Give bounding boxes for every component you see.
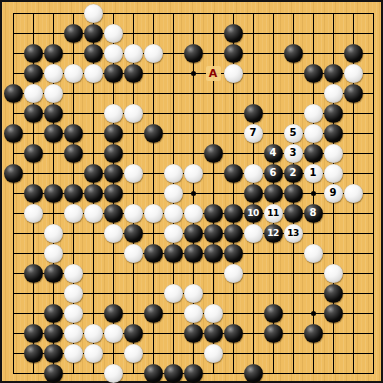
black-stone[interactable]	[244, 364, 263, 383]
white-stone[interactable]	[124, 164, 143, 183]
white-stone[interactable]	[344, 184, 363, 203]
black-stone[interactable]	[124, 324, 143, 343]
move-3-stone[interactable]: 3	[284, 144, 303, 163]
white-stone[interactable]	[64, 304, 83, 323]
black-stone[interactable]	[4, 124, 23, 143]
black-stone[interactable]	[4, 84, 23, 103]
white-stone[interactable]	[64, 204, 83, 223]
white-stone[interactable]	[84, 64, 103, 83]
black-stone[interactable]	[84, 44, 103, 63]
black-stone[interactable]	[144, 124, 163, 143]
white-stone[interactable]	[64, 324, 83, 343]
move-number: 11	[267, 208, 279, 218]
black-stone[interactable]	[204, 324, 223, 343]
black-stone[interactable]	[24, 64, 43, 83]
white-stone[interactable]	[104, 104, 123, 123]
white-stone[interactable]	[204, 304, 223, 323]
white-stone[interactable]	[184, 204, 203, 223]
board-label-A[interactable]: A	[206, 66, 221, 81]
black-stone[interactable]	[64, 144, 83, 163]
black-stone[interactable]	[44, 304, 63, 323]
black-stone[interactable]	[304, 64, 323, 83]
black-stone[interactable]	[204, 204, 223, 223]
move-12-stone[interactable]: 12	[264, 224, 283, 243]
move-number: 5	[290, 128, 297, 138]
black-stone[interactable]	[184, 364, 203, 383]
black-stone[interactable]	[344, 44, 363, 63]
black-stone[interactable]	[124, 64, 143, 83]
white-stone[interactable]	[24, 204, 43, 223]
black-stone[interactable]	[64, 184, 83, 203]
go-diagram: 75436219101181213A	[0, 0, 383, 383]
black-stone[interactable]	[64, 24, 83, 43]
move-9-stone[interactable]: 9	[324, 184, 343, 203]
black-stone[interactable]	[184, 324, 203, 343]
white-stone[interactable]	[124, 344, 143, 363]
black-stone[interactable]	[244, 184, 263, 203]
white-stone[interactable]	[44, 224, 63, 243]
white-stone[interactable]	[104, 324, 123, 343]
black-stone[interactable]	[164, 364, 183, 383]
black-stone[interactable]	[44, 364, 63, 383]
black-stone[interactable]	[224, 204, 243, 223]
black-stone[interactable]	[344, 84, 363, 103]
white-stone[interactable]	[244, 224, 263, 243]
move-6-stone[interactable]: 6	[264, 164, 283, 183]
white-stone[interactable]	[164, 204, 183, 223]
move-number: 6	[270, 168, 277, 178]
black-stone[interactable]	[204, 144, 223, 163]
black-stone[interactable]	[4, 164, 23, 183]
white-stone[interactable]	[324, 84, 343, 103]
black-stone[interactable]	[144, 244, 163, 263]
black-stone[interactable]	[224, 224, 243, 243]
move-4-stone[interactable]: 4	[264, 144, 283, 163]
white-stone[interactable]	[164, 224, 183, 243]
white-stone[interactable]	[224, 264, 243, 283]
black-stone[interactable]	[284, 184, 303, 203]
black-stone[interactable]	[84, 184, 103, 203]
black-stone[interactable]	[44, 104, 63, 123]
white-stone[interactable]	[64, 344, 83, 363]
move-number: 7	[250, 128, 257, 138]
white-stone[interactable]	[324, 144, 343, 163]
white-stone[interactable]	[124, 44, 143, 63]
white-stone[interactable]	[24, 84, 43, 103]
hoshi-point	[311, 311, 316, 316]
black-stone[interactable]	[224, 164, 243, 183]
white-stone[interactable]	[104, 24, 123, 43]
move-7-stone[interactable]: 7	[244, 124, 263, 143]
white-stone[interactable]	[84, 344, 103, 363]
black-stone[interactable]	[304, 324, 323, 343]
white-stone[interactable]	[124, 244, 143, 263]
black-stone[interactable]	[224, 24, 243, 43]
white-stone[interactable]	[344, 64, 363, 83]
white-stone[interactable]	[184, 164, 203, 183]
white-stone[interactable]	[44, 244, 63, 263]
white-stone[interactable]	[124, 104, 143, 123]
black-stone[interactable]	[44, 324, 63, 343]
black-stone[interactable]	[184, 44, 203, 63]
black-stone[interactable]	[104, 204, 123, 223]
black-stone[interactable]	[264, 184, 283, 203]
hoshi-point	[311, 191, 316, 196]
black-stone[interactable]	[104, 304, 123, 323]
move-number: 3	[290, 148, 297, 158]
black-stone[interactable]	[104, 144, 123, 163]
move-number: 9	[330, 188, 337, 198]
move-number: 13	[287, 228, 299, 238]
move-13-stone[interactable]: 13	[284, 224, 303, 243]
black-stone[interactable]	[104, 64, 123, 83]
black-stone[interactable]	[284, 204, 303, 223]
move-11-stone[interactable]: 11	[264, 204, 283, 223]
black-stone[interactable]	[264, 304, 283, 323]
white-stone[interactable]	[304, 244, 323, 263]
white-stone[interactable]	[324, 264, 343, 283]
hoshi-point	[191, 191, 196, 196]
white-stone[interactable]	[64, 284, 83, 303]
white-stone[interactable]	[44, 64, 63, 83]
black-stone[interactable]	[184, 224, 203, 243]
white-stone[interactable]	[84, 204, 103, 223]
black-stone[interactable]	[104, 124, 123, 143]
move-number: 12	[267, 228, 279, 238]
white-stone[interactable]	[184, 304, 203, 323]
black-stone[interactable]	[204, 244, 223, 263]
white-stone[interactable]	[304, 124, 323, 143]
move-number: 2	[290, 168, 297, 178]
black-stone[interactable]	[224, 324, 243, 343]
white-stone[interactable]	[124, 204, 143, 223]
move-5-stone[interactable]: 5	[284, 124, 303, 143]
black-stone[interactable]	[44, 124, 63, 143]
white-stone[interactable]	[324, 164, 343, 183]
black-stone[interactable]	[284, 44, 303, 63]
black-stone[interactable]	[44, 344, 63, 363]
black-stone[interactable]	[324, 124, 343, 143]
white-stone[interactable]	[304, 104, 323, 123]
black-stone[interactable]	[24, 264, 43, 283]
white-stone[interactable]	[104, 44, 123, 63]
black-stone[interactable]	[184, 244, 203, 263]
black-stone[interactable]	[24, 344, 43, 363]
black-stone[interactable]	[324, 64, 343, 83]
white-stone[interactable]	[244, 164, 263, 183]
move-number: 4	[270, 148, 277, 158]
black-stone[interactable]	[144, 304, 163, 323]
black-stone[interactable]	[324, 104, 343, 123]
white-stone[interactable]	[164, 184, 183, 203]
black-stone[interactable]	[44, 184, 63, 203]
white-stone[interactable]	[164, 164, 183, 183]
black-stone[interactable]	[104, 164, 123, 183]
white-stone[interactable]	[224, 64, 243, 83]
move-number: 8	[310, 208, 317, 218]
black-stone[interactable]	[24, 144, 43, 163]
black-stone[interactable]	[104, 184, 123, 203]
black-stone[interactable]	[164, 244, 183, 263]
black-stone[interactable]	[204, 224, 223, 243]
black-stone[interactable]	[264, 324, 283, 343]
move-1-stone[interactable]: 1	[304, 164, 323, 183]
hoshi-point	[191, 71, 196, 76]
white-stone[interactable]	[64, 264, 83, 283]
white-stone[interactable]	[144, 44, 163, 63]
white-stone[interactable]	[84, 4, 103, 23]
white-stone[interactable]	[144, 204, 163, 223]
black-stone[interactable]	[124, 224, 143, 243]
black-stone[interactable]	[324, 284, 343, 303]
white-stone[interactable]	[44, 84, 63, 103]
black-stone[interactable]	[44, 264, 63, 283]
white-stone[interactable]	[104, 364, 123, 383]
black-stone[interactable]	[224, 244, 243, 263]
go-board[interactable]: 75436219101181213A	[0, 0, 383, 383]
black-stone[interactable]	[24, 104, 43, 123]
move-number: 10	[247, 208, 259, 218]
black-stone[interactable]	[244, 104, 263, 123]
black-stone[interactable]	[84, 164, 103, 183]
move-2-stone[interactable]: 2	[284, 164, 303, 183]
black-stone[interactable]	[304, 144, 323, 163]
move-number: 1	[310, 168, 317, 178]
white-stone[interactable]	[164, 284, 183, 303]
white-stone[interactable]	[104, 224, 123, 243]
move-10-stone[interactable]: 10	[244, 204, 263, 223]
black-stone[interactable]	[24, 324, 43, 343]
white-stone[interactable]	[204, 344, 223, 363]
black-stone[interactable]	[324, 304, 343, 323]
black-stone[interactable]	[84, 24, 103, 43]
black-stone[interactable]	[44, 44, 63, 63]
move-8-stone[interactable]: 8	[304, 204, 323, 223]
black-stone[interactable]	[224, 44, 243, 63]
white-stone[interactable]	[84, 324, 103, 343]
black-stone[interactable]	[24, 184, 43, 203]
black-stone[interactable]	[144, 364, 163, 383]
black-stone[interactable]	[64, 124, 83, 143]
white-stone[interactable]	[64, 64, 83, 83]
black-stone[interactable]	[24, 44, 43, 63]
white-stone[interactable]	[184, 284, 203, 303]
